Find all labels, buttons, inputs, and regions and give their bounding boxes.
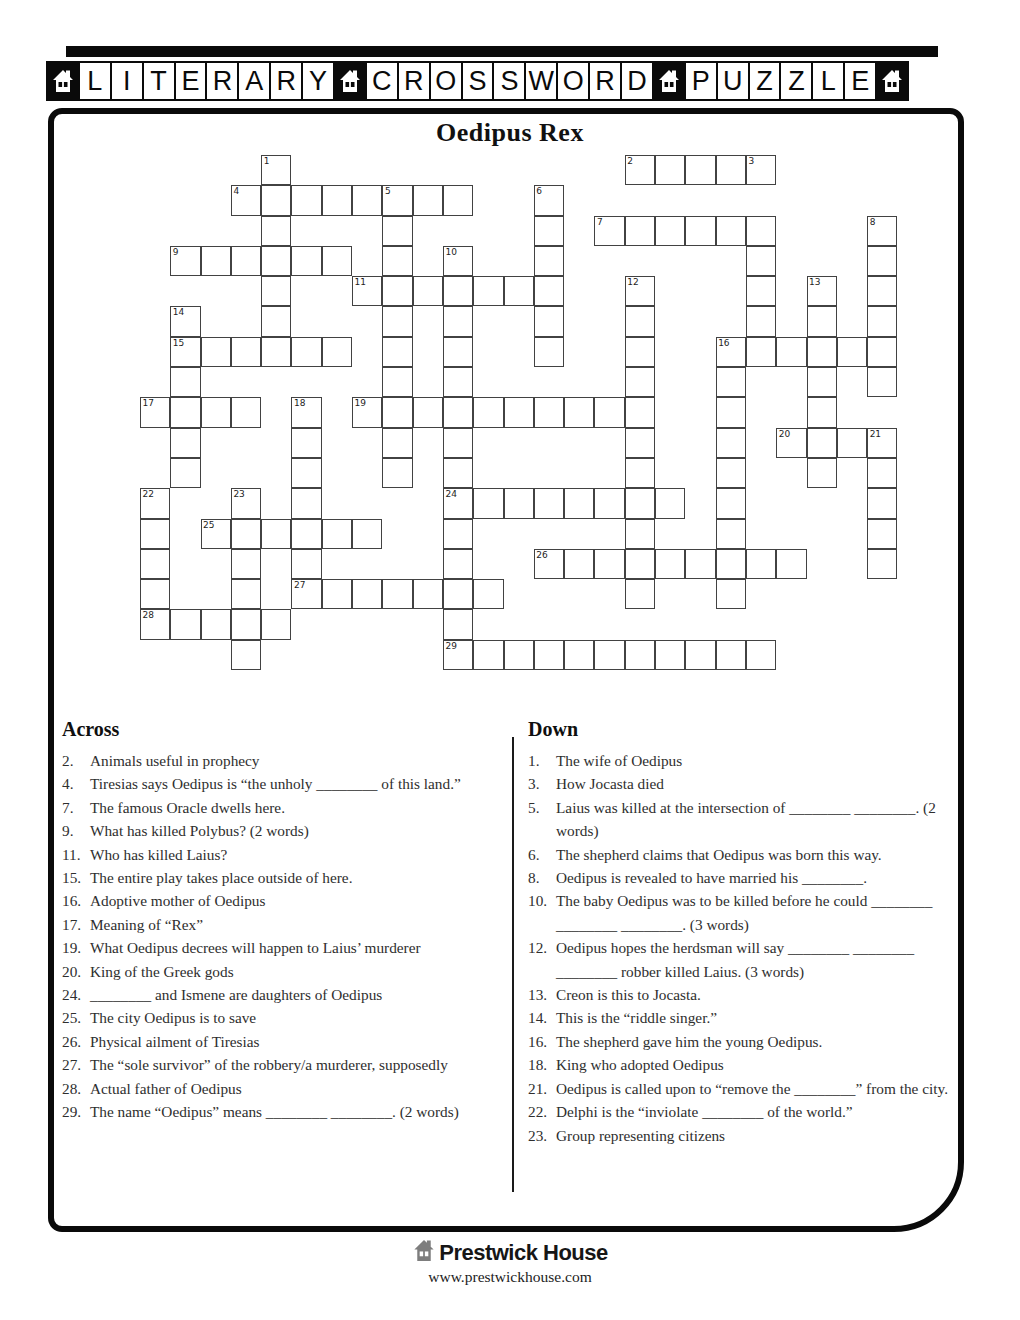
grid-cell[interactable] — [261, 306, 291, 336]
grid-cell[interactable] — [231, 579, 261, 609]
clue-item: 16.The shepherd gave him the young Oedip… — [528, 1030, 960, 1053]
cell-number: 23 — [233, 489, 244, 500]
grid-cell[interactable] — [534, 640, 564, 670]
grid-cell[interactable] — [746, 246, 776, 276]
grid-cell[interactable] — [443, 397, 473, 427]
grid-cell[interactable] — [746, 306, 776, 336]
grid-cell[interactable] — [231, 519, 261, 549]
tile-letter: Z — [779, 61, 813, 101]
clue-text: What has killed Polybus? (2 words) — [90, 822, 309, 839]
clue-text: How Jocasta died — [556, 775, 664, 792]
cell-number: 19 — [355, 398, 366, 409]
cell-number: 27 — [294, 580, 305, 591]
tile-letter: O — [429, 61, 463, 101]
clue-number: 27. — [62, 1053, 81, 1076]
tile-letter: C — [365, 61, 399, 101]
grid-cell[interactable] — [625, 579, 655, 609]
clue-item: 16.Adoptive mother of Oedipus — [62, 889, 508, 912]
grid-cell[interactable] — [534, 337, 564, 367]
cell-number: 24 — [445, 489, 456, 500]
grid-cell[interactable] — [291, 246, 321, 276]
grid-cell[interactable] — [201, 609, 231, 639]
grid-cell[interactable]: 24 — [443, 488, 473, 518]
clue-item: 23.Group representing citizens — [528, 1124, 960, 1147]
grid-cell[interactable] — [443, 306, 473, 336]
grid-cell[interactable] — [231, 549, 261, 579]
clue-item: 27.The “sole survivor” of the robbery/a … — [62, 1053, 508, 1076]
grid-cell[interactable] — [716, 397, 746, 427]
clue-item: 13.Creon is this to Jocasta. — [528, 983, 960, 1006]
grid-cell[interactable] — [625, 216, 655, 246]
grid-cell[interactable] — [867, 458, 897, 488]
cell-number: 1 — [264, 156, 270, 167]
clue-item: 19.What Oedipus decrees will happen to L… — [62, 936, 508, 959]
grid-cell[interactable] — [867, 306, 897, 336]
grid-cell[interactable] — [746, 276, 776, 306]
clue-item: 15.The entire play takes place outside o… — [62, 866, 508, 889]
tile-letter: S — [492, 61, 526, 101]
grid-cell[interactable] — [443, 185, 473, 215]
grid-cell[interactable] — [291, 428, 321, 458]
grid-cell[interactable] — [473, 276, 503, 306]
grid-cell[interactable] — [807, 367, 837, 397]
grid-cell[interactable] — [170, 428, 200, 458]
grid-cell[interactable] — [261, 609, 291, 639]
clue-text: Meaning of “Rex” — [90, 916, 203, 933]
grid-cell[interactable] — [140, 579, 170, 609]
grid-cell[interactable] — [443, 428, 473, 458]
grid-cell[interactable] — [140, 519, 170, 549]
grid-cell[interactable] — [322, 185, 352, 215]
worksheet-page: LITERARYCROSSWORDPUZZLE Oedipus Rex 1234… — [0, 0, 1020, 1320]
tile-letter: E — [174, 61, 208, 101]
grid-cell[interactable] — [382, 367, 412, 397]
clue-text: Oedipus hopes the herdsman will say ____… — [556, 939, 914, 979]
grid-cell[interactable] — [625, 428, 655, 458]
grid-cell[interactable]: 21 — [867, 428, 897, 458]
grid-cell[interactable] — [201, 337, 231, 367]
cell-number: 2 — [627, 156, 633, 167]
clue-item: 11.Who has killed Laius? — [62, 843, 508, 866]
grid-cell[interactable] — [716, 216, 746, 246]
grid-cell[interactable] — [534, 216, 564, 246]
clue-text: Physical ailment of Tiresias — [90, 1033, 260, 1050]
grid-cell[interactable]: 3 — [746, 155, 776, 185]
tile-letter: P — [684, 61, 718, 101]
grid-cell[interactable]: 29 — [443, 640, 473, 670]
tile-letter: Y — [301, 61, 335, 101]
cell-number: 5 — [385, 186, 391, 197]
grid-cell[interactable] — [473, 397, 503, 427]
grid-cell[interactable] — [564, 640, 594, 670]
clue-text: Who has killed Laius? — [90, 846, 227, 863]
grid-cell[interactable] — [231, 397, 261, 427]
grid-cell[interactable]: 27 — [291, 579, 321, 609]
clue-text: The entire play takes place outside of h… — [90, 869, 352, 886]
grid-cell[interactable]: 22 — [140, 488, 170, 518]
grid-cell[interactable] — [170, 367, 200, 397]
grid-cell[interactable] — [716, 155, 746, 185]
grid-cell[interactable] — [746, 549, 776, 579]
grid-cell[interactable] — [534, 276, 564, 306]
grid-cell[interactable] — [231, 337, 261, 367]
grid-cell[interactable] — [685, 640, 715, 670]
clue-number: 29. — [62, 1100, 81, 1123]
grid-cell[interactable] — [625, 519, 655, 549]
clue-number: 5. — [528, 796, 539, 819]
grid-cell[interactable] — [443, 519, 473, 549]
clue-text: The baby Oedipus was to be killed before… — [556, 892, 932, 932]
grid-cell[interactable] — [867, 337, 897, 367]
tile-house-icon — [46, 61, 80, 101]
cell-number: 28 — [143, 610, 154, 621]
grid-cell[interactable] — [322, 337, 352, 367]
page-title: Oedipus Rex — [0, 118, 1020, 148]
tile-letter: E — [843, 61, 877, 101]
clue-item: 4.Tiresias says Oedipus is “the unholy _… — [62, 772, 508, 795]
clue-text: The city Oedipus is to save — [90, 1009, 256, 1026]
clue-number: 9. — [62, 819, 73, 842]
grid-cell[interactable] — [746, 640, 776, 670]
grid-cell[interactable] — [685, 155, 715, 185]
cell-number: 12 — [627, 277, 638, 288]
grid-cell[interactable] — [291, 549, 321, 579]
across-section: Across 2.Animals useful in prophecy4.Tir… — [62, 718, 508, 1124]
clues-divider — [512, 737, 514, 1192]
grid-cell[interactable] — [291, 337, 321, 367]
clue-text: Oedipus is called upon to “remove the __… — [556, 1080, 948, 1097]
clue-text: ________ and Ismene are daughters of Oed… — [90, 986, 382, 1003]
grid-cell[interactable]: 4 — [231, 185, 261, 215]
grid-cell[interactable] — [231, 640, 261, 670]
clue-item: 10.The baby Oedipus was to be killed bef… — [528, 889, 960, 936]
grid-cell[interactable] — [504, 640, 534, 670]
grid-cell[interactable] — [594, 640, 624, 670]
clue-item: 28.Actual father of Oedipus — [62, 1077, 508, 1100]
grid-cell[interactable] — [413, 579, 443, 609]
grid-cell[interactable] — [776, 337, 806, 367]
tile-letter: D — [620, 61, 654, 101]
cell-number: 3 — [748, 156, 754, 167]
grid-cell[interactable] — [231, 246, 261, 276]
clue-number: 22. — [528, 1100, 547, 1123]
grid-cell[interactable] — [534, 246, 564, 276]
grid-cell[interactable] — [534, 488, 564, 518]
grid-cell[interactable] — [716, 367, 746, 397]
grid-cell[interactable] — [382, 337, 412, 367]
grid-cell[interactable]: 25 — [201, 519, 231, 549]
clue-item: 17.Meaning of “Rex” — [62, 913, 508, 936]
grid-cell[interactable]: 2 — [625, 155, 655, 185]
grid-cell[interactable]: 18 — [291, 397, 321, 427]
grid-cell[interactable] — [382, 428, 412, 458]
clue-number: 2. — [62, 749, 73, 772]
grid-cell[interactable] — [473, 579, 503, 609]
grid-cell[interactable] — [655, 488, 685, 518]
grid-cell[interactable] — [625, 458, 655, 488]
brand-logo: Prestwick House — [412, 1238, 608, 1267]
clue-item: 12.Oedipus hopes the herdsman will say _… — [528, 936, 960, 983]
grid-cell[interactable] — [382, 246, 412, 276]
tile-letter: R — [269, 61, 303, 101]
crossword-grid: 1234567891011121314151617181920212223242… — [140, 155, 897, 670]
grid-cell[interactable] — [746, 337, 776, 367]
clue-item: 14.This is the “riddle singer.” — [528, 1006, 960, 1029]
grid-cell[interactable] — [716, 458, 746, 488]
grid-cell[interactable] — [322, 246, 352, 276]
grid-cell[interactable] — [655, 640, 685, 670]
down-section: Down 1.The wife of Oedipus3.How Jocasta … — [528, 718, 960, 1147]
grid-cell[interactable]: 26 — [534, 549, 564, 579]
grid-cell[interactable] — [564, 488, 594, 518]
clue-text: The famous Oracle dwells here. — [90, 799, 285, 816]
grid-cell[interactable] — [413, 276, 443, 306]
grid-cell[interactable] — [291, 488, 321, 518]
cell-number: 6 — [536, 186, 542, 197]
grid-cell[interactable] — [170, 397, 200, 427]
grid-cell[interactable]: 12 — [625, 276, 655, 306]
grid-cell[interactable] — [413, 397, 443, 427]
tile-letter: W — [524, 61, 558, 101]
clue-number: 1. — [528, 749, 539, 772]
clue-number: 16. — [528, 1030, 547, 1053]
clue-text: Creon is this to Jocasta. — [556, 986, 701, 1003]
clue-text: The “sole survivor” of the robbery/a mur… — [90, 1056, 448, 1073]
clue-number: 20. — [62, 960, 81, 983]
grid-cell[interactable]: 15 — [170, 337, 200, 367]
clue-number: 12. — [528, 936, 547, 959]
clue-item: 29.The name “Oedipus” means ________ ___… — [62, 1100, 508, 1123]
grid-cell[interactable] — [231, 609, 261, 639]
grid-cell[interactable] — [625, 337, 655, 367]
grid-cell[interactable] — [625, 397, 655, 427]
grid-cell[interactable]: 10 — [443, 246, 473, 276]
grid-cell[interactable] — [625, 640, 655, 670]
grid-cell[interactable] — [352, 185, 382, 215]
tile-letter: Z — [748, 61, 782, 101]
tile-letter: S — [461, 61, 495, 101]
clue-number: 10. — [528, 889, 547, 912]
grid-cell[interactable] — [443, 609, 473, 639]
clue-number: 17. — [62, 913, 81, 936]
clue-text: King of the Greek gods — [90, 963, 234, 980]
cell-number: 11 — [355, 277, 366, 288]
clue-text: Actual father of Oedipus — [90, 1080, 242, 1097]
grid-cell[interactable]: 6 — [534, 185, 564, 215]
grid-cell[interactable] — [140, 549, 170, 579]
grid-cell[interactable] — [625, 549, 655, 579]
cell-number: 16 — [718, 338, 729, 349]
grid-cell[interactable] — [382, 458, 412, 488]
tile-letter: A — [237, 61, 271, 101]
grid-cell[interactable] — [867, 367, 897, 397]
tile-letter: R — [397, 61, 431, 101]
clue-number: 25. — [62, 1006, 81, 1029]
grid-cell[interactable] — [534, 397, 564, 427]
grid-cell[interactable]: 1 — [261, 155, 291, 185]
grid-cell[interactable] — [807, 337, 837, 367]
grid-cell[interactable] — [201, 397, 231, 427]
house-icon — [412, 1238, 436, 1267]
grid-cell[interactable] — [413, 185, 443, 215]
grid-cell[interactable] — [473, 488, 503, 518]
clue-number: 13. — [528, 983, 547, 1006]
grid-cell[interactable]: 13 — [807, 276, 837, 306]
tile-house-icon — [875, 61, 909, 101]
grid-cell[interactable] — [382, 216, 412, 246]
grid-cell[interactable] — [716, 428, 746, 458]
grid-cell[interactable] — [776, 549, 806, 579]
grid-cell[interactable] — [170, 458, 200, 488]
grid-cell[interactable] — [352, 579, 382, 609]
grid-cell[interactable] — [564, 397, 594, 427]
grid-cell[interactable] — [655, 155, 685, 185]
grid-cell[interactable] — [443, 367, 473, 397]
grid-cell[interactable] — [443, 549, 473, 579]
grid-cell[interactable] — [504, 276, 534, 306]
tile-house-icon — [652, 61, 686, 101]
grid-cell[interactable] — [443, 276, 473, 306]
grid-cell[interactable] — [261, 216, 291, 246]
grid-cell[interactable] — [170, 609, 200, 639]
grid-cell[interactable] — [473, 640, 503, 670]
clue-text: The wife of Oedipus — [556, 752, 682, 769]
clue-number: 21. — [528, 1077, 547, 1100]
grid-cell[interactable] — [625, 367, 655, 397]
grid-cell[interactable] — [807, 458, 837, 488]
clue-number: 15. — [62, 866, 81, 889]
across-heading: Across — [62, 718, 508, 741]
grid-cell[interactable] — [867, 246, 897, 276]
grid-cell[interactable]: 14 — [170, 306, 200, 336]
grid-cell[interactable] — [746, 216, 776, 246]
grid-cell[interactable] — [291, 185, 321, 215]
grid-cell[interactable]: 16 — [716, 337, 746, 367]
grid-cell[interactable] — [382, 579, 412, 609]
grid-cell[interactable] — [504, 397, 534, 427]
grid-cell[interactable] — [655, 216, 685, 246]
grid-cell[interactable] — [807, 397, 837, 427]
grid-cell[interactable] — [261, 519, 291, 549]
clue-number: 11. — [62, 843, 81, 866]
grid-cell[interactable]: 28 — [140, 609, 170, 639]
cell-number: 18 — [294, 398, 305, 409]
grid-cell[interactable] — [291, 519, 321, 549]
grid-cell[interactable]: 23 — [231, 488, 261, 518]
clue-number: 7. — [62, 796, 73, 819]
grid-cell[interactable] — [564, 549, 594, 579]
grid-cell[interactable] — [655, 549, 685, 579]
cell-number: 21 — [870, 429, 881, 440]
site-url: www.prestwickhouse.com — [0, 1268, 1020, 1286]
grid-cell[interactable]: 20 — [776, 428, 806, 458]
cell-number: 7 — [597, 217, 603, 228]
grid-cell[interactable] — [382, 397, 412, 427]
clue-text: The name “Oedipus” means ________ ______… — [90, 1103, 459, 1120]
clue-number: 16. — [62, 889, 81, 912]
cell-number: 14 — [173, 307, 184, 318]
grid-cell[interactable] — [625, 306, 655, 336]
grid-cell[interactable] — [685, 216, 715, 246]
cell-number: 25 — [203, 520, 214, 531]
grid-cell[interactable] — [594, 397, 624, 427]
grid-cell[interactable] — [807, 428, 837, 458]
grid-cell[interactable] — [716, 549, 746, 579]
grid-cell[interactable]: 19 — [352, 397, 382, 427]
clue-number: 24. — [62, 983, 81, 1006]
grid-cell[interactable]: 11 — [352, 276, 382, 306]
grid-cell[interactable] — [291, 458, 321, 488]
grid-cell[interactable] — [837, 337, 867, 367]
grid-cell[interactable] — [837, 428, 867, 458]
clue-item: 18.King who adopted Oedipus — [528, 1053, 960, 1076]
grid-cell[interactable] — [807, 306, 837, 336]
grid-cell[interactable] — [716, 488, 746, 518]
cell-number: 22 — [143, 489, 154, 500]
cell-number: 9 — [173, 247, 179, 258]
grid-cell[interactable] — [716, 640, 746, 670]
clue-number: 18. — [528, 1053, 547, 1076]
tile-letter: I — [110, 61, 144, 101]
grid-cell[interactable] — [867, 519, 897, 549]
cell-number: 13 — [809, 277, 820, 288]
grid-cell[interactable] — [443, 458, 473, 488]
grid-cell[interactable] — [625, 488, 655, 518]
grid-cell[interactable] — [261, 185, 291, 215]
grid-cell[interactable]: 17 — [140, 397, 170, 427]
grid-cell[interactable] — [534, 306, 564, 336]
grid-cell[interactable] — [261, 276, 291, 306]
grid-cell[interactable] — [261, 246, 291, 276]
grid-cell[interactable] — [322, 579, 352, 609]
grid-cell[interactable]: 7 — [594, 216, 624, 246]
grid-cell[interactable] — [504, 488, 534, 518]
grid-cell[interactable] — [261, 337, 291, 367]
grid-cell[interactable] — [867, 549, 897, 579]
grid-cell[interactable] — [382, 306, 412, 336]
grid-cell[interactable] — [867, 276, 897, 306]
grid-cell[interactable] — [685, 549, 715, 579]
clue-text: Delphi is the “inviolate ________ of the… — [556, 1103, 853, 1120]
grid-cell[interactable] — [594, 549, 624, 579]
grid-cell[interactable] — [594, 488, 624, 518]
grid-cell[interactable] — [716, 519, 746, 549]
tile-letter: U — [716, 61, 750, 101]
clue-text: Adoptive mother of Oedipus — [90, 892, 265, 909]
clue-number: 28. — [62, 1077, 81, 1100]
brand-name: Prestwick House — [439, 1240, 608, 1266]
grid-cell[interactable]: 5 — [382, 185, 412, 215]
clue-text: What Oedipus decrees will happen to Laiu… — [90, 939, 421, 956]
down-clues-list: 1.The wife of Oedipus3.How Jocasta died5… — [528, 749, 960, 1147]
clue-item: 2.Animals useful in prophecy — [62, 749, 508, 772]
grid-cell[interactable] — [867, 488, 897, 518]
grid-cell[interactable] — [443, 579, 473, 609]
grid-cell[interactable]: 9 — [170, 246, 200, 276]
grid-cell[interactable] — [201, 246, 231, 276]
clue-number: 8. — [528, 866, 539, 889]
clue-item: 5.Laius was killed at the intersection o… — [528, 796, 960, 843]
cell-number: 26 — [536, 550, 547, 561]
grid-cell[interactable]: 8 — [867, 216, 897, 246]
grid-cell[interactable] — [716, 579, 746, 609]
grid-cell[interactable] — [382, 276, 412, 306]
grid-cell[interactable] — [352, 519, 382, 549]
grid-cell[interactable] — [322, 519, 352, 549]
clue-text: King who adopted Oedipus — [556, 1056, 724, 1073]
grid-cell[interactable] — [443, 337, 473, 367]
clue-text: This is the “riddle singer.” — [556, 1009, 717, 1026]
